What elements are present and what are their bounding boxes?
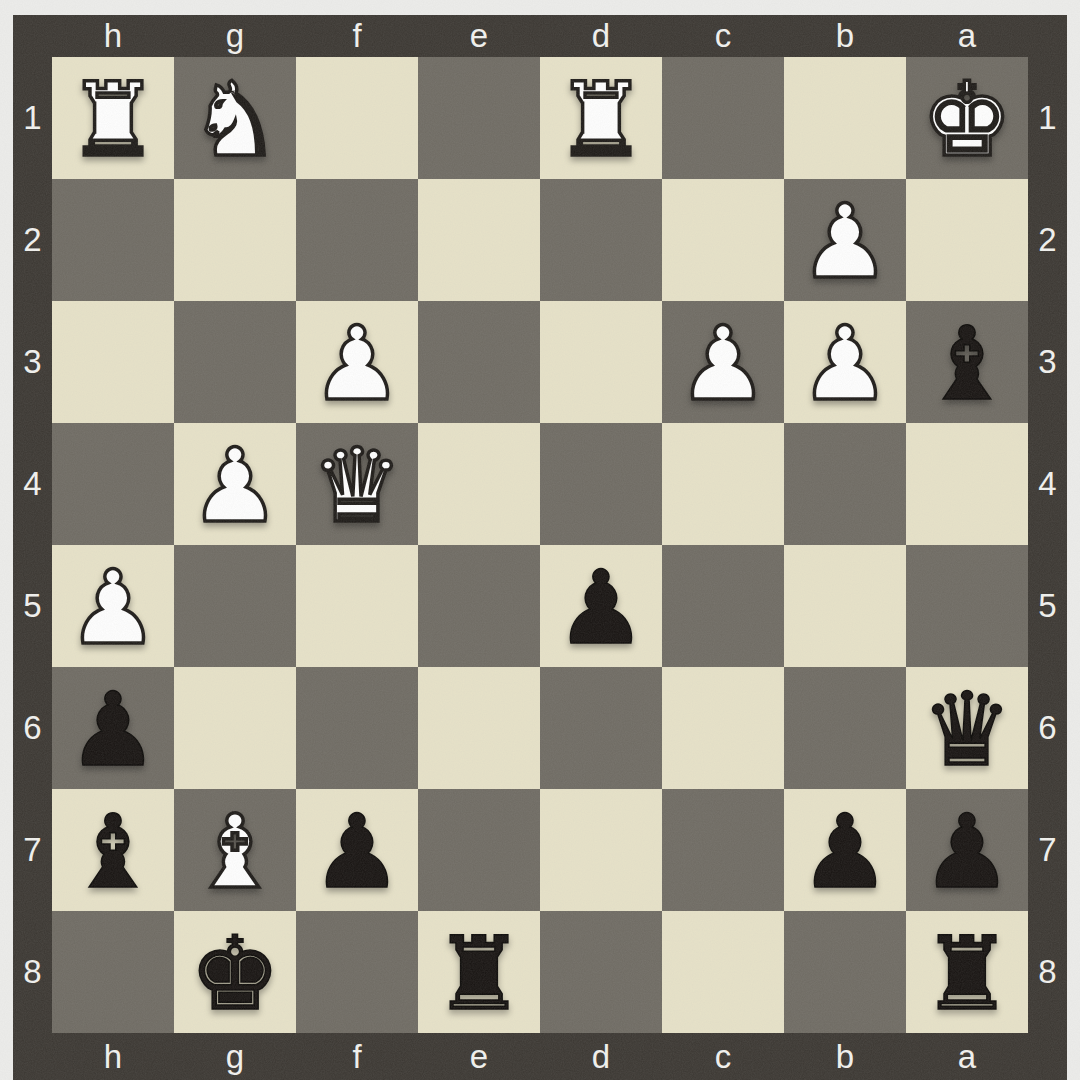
square-d4[interactable] <box>540 423 662 545</box>
rank-label-left-7: 7 <box>13 789 52 911</box>
square-d7[interactable] <box>540 789 662 911</box>
piece-black-queen[interactable]: ♛ <box>921 679 1012 781</box>
piece-white-pawn[interactable]: ♟ <box>677 313 768 415</box>
piece-black-pawn[interactable]: ♟ <box>67 679 158 781</box>
file-labels-top: hgfedcba <box>52 15 1028 57</box>
square-h1[interactable]: ♜ <box>52 57 174 179</box>
square-h3[interactable] <box>52 301 174 423</box>
square-c1[interactable] <box>662 57 784 179</box>
file-label-bottom-a: a <box>906 1033 1028 1080</box>
file-labels-bottom: hgfedcba <box>52 1033 1028 1080</box>
square-f5[interactable] <box>296 545 418 667</box>
piece-white-pawn[interactable]: ♟ <box>311 313 402 415</box>
square-c4[interactable] <box>662 423 784 545</box>
frame-corner <box>1028 1033 1067 1080</box>
square-e5[interactable] <box>418 545 540 667</box>
square-d2[interactable] <box>540 179 662 301</box>
square-b8[interactable] <box>784 911 906 1033</box>
frame-corner <box>1028 15 1067 57</box>
board: ♜♞♜♚♟♟♟♟♝♟♛♟♟♟♛♝♝♟♟♟♚♜♜ <box>52 57 1028 1033</box>
rank-label-right-5: 5 <box>1028 545 1067 667</box>
piece-white-knight[interactable]: ♞ <box>189 69 280 171</box>
piece-white-rook[interactable]: ♜ <box>555 69 646 171</box>
rank-label-left-3: 3 <box>13 301 52 423</box>
square-e6[interactable] <box>418 667 540 789</box>
square-c3[interactable]: ♟ <box>662 301 784 423</box>
square-f6[interactable] <box>296 667 418 789</box>
square-g4[interactable]: ♟ <box>174 423 296 545</box>
piece-white-rook[interactable]: ♜ <box>67 69 158 171</box>
square-h8[interactable] <box>52 911 174 1033</box>
file-label-bottom-e: e <box>418 1033 540 1080</box>
square-e3[interactable] <box>418 301 540 423</box>
piece-white-king[interactable]: ♚ <box>921 69 1012 171</box>
square-h7[interactable]: ♝ <box>52 789 174 911</box>
piece-black-king[interactable]: ♚ <box>189 923 280 1025</box>
piece-white-bishop[interactable]: ♝ <box>189 801 280 903</box>
rank-label-left-8: 8 <box>13 911 52 1033</box>
square-f3[interactable]: ♟ <box>296 301 418 423</box>
file-label-bottom-h: h <box>52 1033 174 1080</box>
square-a4[interactable] <box>906 423 1028 545</box>
file-label-bottom-b: b <box>784 1033 906 1080</box>
file-label-top-f: f <box>296 15 418 57</box>
square-e7[interactable] <box>418 789 540 911</box>
file-label-top-c: c <box>662 15 784 57</box>
square-e1[interactable] <box>418 57 540 179</box>
square-d5[interactable]: ♟ <box>540 545 662 667</box>
piece-white-queen[interactable]: ♛ <box>311 435 402 537</box>
square-b1[interactable] <box>784 57 906 179</box>
square-e2[interactable] <box>418 179 540 301</box>
square-g1[interactable]: ♞ <box>174 57 296 179</box>
piece-black-pawn[interactable]: ♟ <box>921 801 1012 903</box>
piece-white-pawn[interactable]: ♟ <box>67 557 158 659</box>
square-c5[interactable] <box>662 545 784 667</box>
square-c8[interactable] <box>662 911 784 1033</box>
piece-black-pawn[interactable]: ♟ <box>311 801 402 903</box>
square-d1[interactable]: ♜ <box>540 57 662 179</box>
square-g5[interactable] <box>174 545 296 667</box>
piece-white-pawn[interactable]: ♟ <box>799 313 890 415</box>
rank-label-right-8: 8 <box>1028 911 1067 1033</box>
square-d6[interactable] <box>540 667 662 789</box>
piece-white-pawn[interactable]: ♟ <box>799 191 890 293</box>
piece-black-pawn[interactable]: ♟ <box>799 801 890 903</box>
file-label-top-g: g <box>174 15 296 57</box>
square-h4[interactable] <box>52 423 174 545</box>
rank-label-left-2: 2 <box>13 179 52 301</box>
file-label-top-e: e <box>418 15 540 57</box>
square-c2[interactable] <box>662 179 784 301</box>
rank-label-left-4: 4 <box>13 423 52 545</box>
square-b4[interactable] <box>784 423 906 545</box>
square-g2[interactable] <box>174 179 296 301</box>
square-a1[interactable]: ♚ <box>906 57 1028 179</box>
frame-corner <box>13 1033 52 1080</box>
square-a8[interactable]: ♜ <box>906 911 1028 1033</box>
rank-label-right-6: 6 <box>1028 667 1067 789</box>
square-a6[interactable]: ♛ <box>906 667 1028 789</box>
square-f4[interactable]: ♛ <box>296 423 418 545</box>
rank-label-left-5: 5 <box>13 545 52 667</box>
square-b3[interactable]: ♟ <box>784 301 906 423</box>
square-g6[interactable] <box>174 667 296 789</box>
rank-label-left-6: 6 <box>13 667 52 789</box>
square-a7[interactable]: ♟ <box>906 789 1028 911</box>
rank-labels-right: 12345678 <box>1028 57 1067 1033</box>
board-frame: hgfedcba 12345678 ♜♞♜♚♟♟♟♟♝♟♛♟♟♟♛♝♝♟♟♟♚♜… <box>13 15 1067 1080</box>
square-f1[interactable] <box>296 57 418 179</box>
square-a3[interactable]: ♝ <box>906 301 1028 423</box>
file-label-bottom-g: g <box>174 1033 296 1080</box>
piece-white-pawn[interactable]: ♟ <box>189 435 280 537</box>
square-b2[interactable]: ♟ <box>784 179 906 301</box>
piece-black-rook[interactable]: ♜ <box>921 923 1012 1025</box>
square-h6[interactable]: ♟ <box>52 667 174 789</box>
square-c7[interactable] <box>662 789 784 911</box>
file-label-top-d: d <box>540 15 662 57</box>
square-f8[interactable] <box>296 911 418 1033</box>
square-g7[interactable]: ♝ <box>174 789 296 911</box>
rank-label-right-2: 2 <box>1028 179 1067 301</box>
rank-label-right-1: 1 <box>1028 57 1067 179</box>
rank-label-right-4: 4 <box>1028 423 1067 545</box>
file-label-bottom-c: c <box>662 1033 784 1080</box>
piece-black-bishop[interactable]: ♝ <box>67 801 158 903</box>
square-b5[interactable] <box>784 545 906 667</box>
piece-black-pawn[interactable]: ♟ <box>555 557 646 659</box>
square-a5[interactable] <box>906 545 1028 667</box>
square-e8[interactable]: ♜ <box>418 911 540 1033</box>
rank-label-right-3: 3 <box>1028 301 1067 423</box>
piece-black-bishop[interactable]: ♝ <box>921 313 1012 415</box>
square-f7[interactable]: ♟ <box>296 789 418 911</box>
square-b7[interactable]: ♟ <box>784 789 906 911</box>
square-f2[interactable] <box>296 179 418 301</box>
square-d8[interactable] <box>540 911 662 1033</box>
square-h5[interactable]: ♟ <box>52 545 174 667</box>
rank-label-right-7: 7 <box>1028 789 1067 911</box>
file-label-bottom-f: f <box>296 1033 418 1080</box>
square-b6[interactable] <box>784 667 906 789</box>
square-g3[interactable] <box>174 301 296 423</box>
frame-corner <box>13 15 52 57</box>
piece-black-rook[interactable]: ♜ <box>433 923 524 1025</box>
rank-label-left-1: 1 <box>13 57 52 179</box>
file-label-bottom-d: d <box>540 1033 662 1080</box>
file-label-top-b: b <box>784 15 906 57</box>
file-label-top-a: a <box>906 15 1028 57</box>
square-d3[interactable] <box>540 301 662 423</box>
file-label-top-h: h <box>52 15 174 57</box>
square-a2[interactable] <box>906 179 1028 301</box>
square-g8[interactable]: ♚ <box>174 911 296 1033</box>
square-e4[interactable] <box>418 423 540 545</box>
square-h2[interactable] <box>52 179 174 301</box>
rank-labels-left: 12345678 <box>13 57 52 1033</box>
square-c6[interactable] <box>662 667 784 789</box>
